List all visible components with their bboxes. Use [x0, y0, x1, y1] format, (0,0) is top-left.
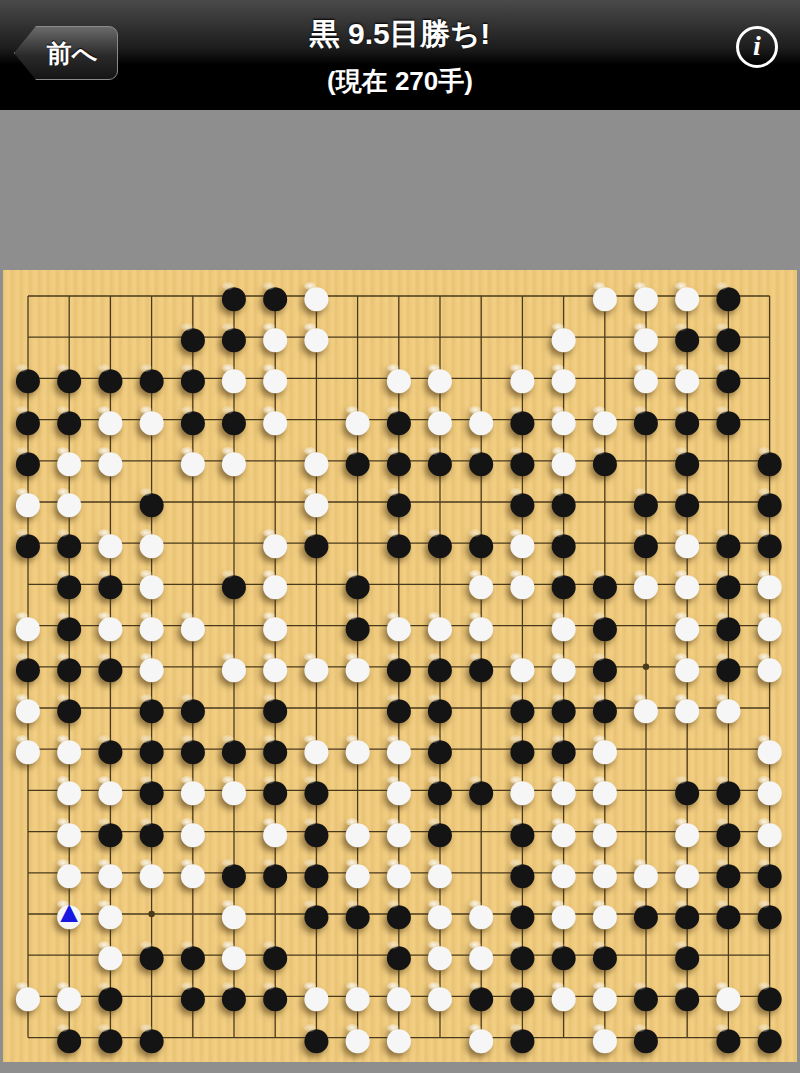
info-icon-glyph: i [753, 32, 761, 60]
white-stone: ● [295, 316, 337, 358]
white-stone: ● [7, 728, 49, 770]
black-stone: ● [584, 440, 626, 482]
white-stone: ● [254, 399, 296, 441]
black-stone: ● [48, 1017, 90, 1059]
white-stone: ● [419, 975, 461, 1017]
black-stone: ● [337, 893, 379, 935]
black-stone: ● [337, 440, 379, 482]
white-stone: ● [337, 728, 379, 770]
white-stone: ● [337, 646, 379, 688]
black-stone: ● [460, 769, 502, 811]
white-stone: ● [460, 1017, 502, 1059]
white-stone: ● [584, 275, 626, 317]
black-stone: ● [625, 1017, 667, 1059]
last-move-triangle-marker: ▲ [48, 891, 90, 933]
white-stone: ● [172, 440, 214, 482]
black-stone: ● [172, 975, 214, 1017]
board-backdrop: ●●●●●●●●●●●●●●●●●●●●●●●●●●●●●●●●●●●●●●●●… [0, 270, 800, 1073]
black-stone: ● [460, 646, 502, 688]
black-stone: ● [131, 934, 173, 976]
white-stone: ● [131, 399, 173, 441]
white-stone: ● [213, 646, 255, 688]
white-stone: ● [89, 440, 131, 482]
white-stone: ● [707, 687, 749, 729]
black-stone: ● [501, 1017, 543, 1059]
black-stone: ● [7, 522, 49, 564]
black-stone: ● [749, 893, 791, 935]
black-stone: ● [295, 522, 337, 564]
white-stone: ● [625, 687, 667, 729]
white-stone: ● [584, 1017, 626, 1059]
black-stone: ● [295, 1017, 337, 1059]
black-stone: ● [625, 399, 667, 441]
black-stone: ● [419, 440, 461, 482]
header-bar: 前へ 黒 9.5目勝ち! (現在 270手) i [0, 0, 800, 110]
white-stone: ● [295, 646, 337, 688]
white-stone: ● [625, 563, 667, 605]
black-stone: ● [213, 975, 255, 1017]
move-counter: (現在 270手) [0, 64, 800, 99]
white-stone: ● [666, 687, 708, 729]
white-stone: ● [131, 852, 173, 894]
go-app-screen: 前へ 黒 9.5目勝ち! (現在 270手) i ●●●●●●●●●●●●●●●… [0, 0, 800, 1073]
info-icon[interactable]: i [736, 26, 778, 68]
white-stone: ● [172, 852, 214, 894]
black-stone: ● [419, 522, 461, 564]
black-stone: ● [131, 1017, 173, 1059]
black-stone: ● [378, 522, 420, 564]
result-title: 黒 9.5目勝ち! [0, 14, 800, 55]
white-stone: ● [213, 769, 255, 811]
white-stone: ● [213, 440, 255, 482]
white-stone: ● [378, 1017, 420, 1059]
black-stone: ● [707, 1017, 749, 1059]
go-board[interactable]: ●●●●●●●●●●●●●●●●●●●●●●●●●●●●●●●●●●●●●●●●… [3, 270, 797, 1062]
white-stone: ● [337, 1017, 379, 1059]
white-stone: ● [7, 975, 49, 1017]
white-stone: ● [543, 975, 585, 1017]
black-stone: ● [460, 440, 502, 482]
white-stone: ● [172, 605, 214, 647]
black-stone: ● [213, 563, 255, 605]
black-stone: ● [89, 646, 131, 688]
white-stone: ● [749, 646, 791, 688]
black-stone: ● [89, 1017, 131, 1059]
black-stone: ● [625, 893, 667, 935]
black-stone: ● [749, 1017, 791, 1059]
black-stone: ● [707, 399, 749, 441]
black-stone: ● [707, 893, 749, 935]
black-stone: ● [254, 975, 296, 1017]
black-stone: ● [254, 852, 296, 894]
black-stone: ● [666, 975, 708, 1017]
black-stone: ● [295, 893, 337, 935]
white-stone: ● [501, 563, 543, 605]
